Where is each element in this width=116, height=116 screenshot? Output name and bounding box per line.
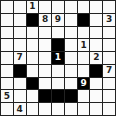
cell-r6-c2-black[interactable] xyxy=(14,65,26,77)
cell-r2-c5-digit-9[interactable]: 9 xyxy=(52,14,64,26)
cell-r6-c3[interactable] xyxy=(27,65,39,77)
cell-r7-c7-black-digit-9[interactable]: 9 xyxy=(78,78,90,90)
cell-r8-c8[interactable] xyxy=(90,90,102,102)
cell-r9-c4[interactable] xyxy=(39,103,51,115)
cell-r6-c1[interactable] xyxy=(1,65,13,77)
cell-r7-c5[interactable] xyxy=(52,78,64,90)
cell-r4-c8[interactable] xyxy=(90,39,102,51)
cell-r1-c7[interactable] xyxy=(78,1,90,13)
cell-r1-c4[interactable] xyxy=(39,1,51,13)
cell-r3-c5[interactable] xyxy=(52,27,64,39)
cell-r8-c1-digit-5[interactable]: 5 xyxy=(1,90,13,102)
cell-r8-c6-black[interactable] xyxy=(65,90,77,102)
cell-r8-c3[interactable] xyxy=(27,90,39,102)
cell-r3-c2[interactable] xyxy=(14,27,26,39)
cell-r2-c3-black[interactable] xyxy=(27,14,39,26)
cell-r1-c3-digit-1[interactable]: 1 xyxy=(27,1,39,13)
cell-r5-c4[interactable] xyxy=(39,52,51,64)
cell-r9-c7[interactable] xyxy=(78,103,90,115)
cell-r1-c8[interactable] xyxy=(90,1,102,13)
cell-r6-c9-digit-7[interactable]: 7 xyxy=(103,65,115,77)
puzzle-board: 189317127954 xyxy=(0,0,116,116)
cell-r4-c1[interactable] xyxy=(1,39,13,51)
cell-r3-c4[interactable] xyxy=(39,27,51,39)
cell-r7-c6[interactable] xyxy=(65,78,77,90)
cell-r4-c5-black[interactable] xyxy=(52,39,64,51)
cell-r4-c4[interactable] xyxy=(39,39,51,51)
cell-r8-c2[interactable] xyxy=(14,90,26,102)
cell-r8-c4-black[interactable] xyxy=(39,90,51,102)
cell-r2-c9-digit-3[interactable]: 3 xyxy=(103,14,115,26)
cell-r5-c7[interactable] xyxy=(78,52,90,64)
cell-r9-c8[interactable] xyxy=(90,103,102,115)
cell-r6-c6[interactable] xyxy=(65,65,77,77)
cell-r1-c2[interactable] xyxy=(14,1,26,13)
cell-r9-c6[interactable] xyxy=(65,103,77,115)
cell-r6-c4[interactable] xyxy=(39,65,51,77)
cell-r4-c9[interactable] xyxy=(103,39,115,51)
cell-r1-c1[interactable] xyxy=(1,1,13,13)
cell-r2-c8[interactable] xyxy=(90,14,102,26)
cell-r2-c4-digit-8[interactable]: 8 xyxy=(39,14,51,26)
cell-r9-c5[interactable] xyxy=(52,103,64,115)
cell-r3-c8[interactable] xyxy=(90,27,102,39)
cell-r8-c7[interactable] xyxy=(78,90,90,102)
cell-r3-c9[interactable] xyxy=(103,27,115,39)
cell-r6-c5[interactable] xyxy=(52,65,64,77)
cell-r1-c9[interactable] xyxy=(103,1,115,13)
cell-r4-c6[interactable] xyxy=(65,39,77,51)
cell-r5-c6[interactable] xyxy=(65,52,77,64)
cell-r8-c5-black[interactable] xyxy=(52,90,64,102)
cell-r7-c8[interactable] xyxy=(90,78,102,90)
cell-r8-c9[interactable] xyxy=(103,90,115,102)
cell-r2-c7-black[interactable] xyxy=(78,14,90,26)
cell-r6-c7[interactable] xyxy=(78,65,90,77)
cell-r5-c2-digit-7[interactable]: 7 xyxy=(14,52,26,64)
cell-r2-c1[interactable] xyxy=(1,14,13,26)
cell-r5-c1[interactable] xyxy=(1,52,13,64)
cell-r5-c3[interactable] xyxy=(27,52,39,64)
cell-r7-c9[interactable] xyxy=(103,78,115,90)
cell-r3-c1[interactable] xyxy=(1,27,13,39)
cell-r9-c9[interactable] xyxy=(103,103,115,115)
cell-r9-c1[interactable] xyxy=(1,103,13,115)
cell-r5-c9[interactable] xyxy=(103,52,115,64)
cell-r7-c2[interactable] xyxy=(14,78,26,90)
cell-r9-c3[interactable] xyxy=(27,103,39,115)
cell-r7-c1[interactable] xyxy=(1,78,13,90)
cell-r3-c7[interactable] xyxy=(78,27,90,39)
cell-r9-c2-digit-4[interactable]: 4 xyxy=(14,103,26,115)
cell-r4-c7-digit-1[interactable]: 1 xyxy=(78,39,90,51)
cell-r4-c2[interactable] xyxy=(14,39,26,51)
cell-r3-c6[interactable] xyxy=(65,27,77,39)
cell-r1-c6[interactable] xyxy=(65,1,77,13)
cell-r7-c3-black[interactable] xyxy=(27,78,39,90)
cell-r5-c8-digit-2[interactable]: 2 xyxy=(90,52,102,64)
cell-r3-c3[interactable] xyxy=(27,27,39,39)
cell-r5-c5-black-digit-1[interactable]: 1 xyxy=(52,52,64,64)
cell-r1-c5[interactable] xyxy=(52,1,64,13)
cell-r6-c8-black[interactable] xyxy=(90,65,102,77)
cell-r7-c4[interactable] xyxy=(39,78,51,90)
cell-r2-c2[interactable] xyxy=(14,14,26,26)
cell-r2-c6[interactable] xyxy=(65,14,77,26)
cell-r4-c3[interactable] xyxy=(27,39,39,51)
